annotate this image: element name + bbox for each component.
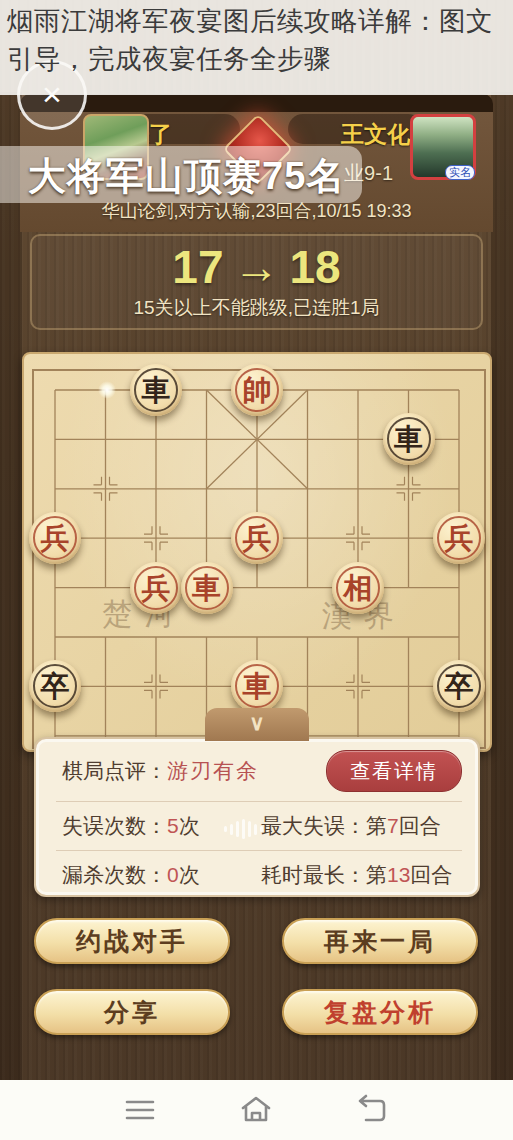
level-to: 18 <box>290 241 341 293</box>
piece-red-i7[interactable]: 兵 <box>433 512 485 564</box>
piece-black-h9[interactable]: 車 <box>383 413 435 465</box>
divider <box>56 801 462 802</box>
event-banner-text: 大将军山顶赛75名 <box>28 151 345 202</box>
share-button[interactable]: 分享 <box>34 989 230 1035</box>
stat-longest-think: 耗时最长：第13回合 <box>261 861 452 889</box>
piece-black-c10[interactable]: 車 <box>130 364 182 416</box>
home-icon[interactable] <box>238 1094 274 1126</box>
menu-icon[interactable] <box>122 1094 158 1126</box>
right-edge-shade <box>491 92 513 1080</box>
collapse-tab[interactable]: ∨ <box>205 708 309 741</box>
piece-red-c6[interactable]: 兵 <box>130 562 182 614</box>
back-icon[interactable] <box>354 1094 390 1126</box>
stat-mistakes: 失误次数：5次 <box>62 812 200 840</box>
piece-red-e4[interactable]: 車 <box>231 660 283 712</box>
xiangqi-board[interactable]: 楚河漢界 車帥車兵兵兵兵車相卒車卒 <box>22 352 492 752</box>
view-details-button[interactable]: 查看详情 <box>326 750 462 792</box>
piece-black-a4[interactable]: 卒 <box>29 660 81 712</box>
level-panel: 17→18 15关以上不能跳级,已连胜1局 <box>30 234 483 330</box>
piece-red-a7[interactable]: 兵 <box>29 512 81 564</box>
android-nav-bar <box>0 1080 513 1140</box>
left-edge-shade <box>0 92 22 1080</box>
stat-missed-wins: 漏杀次数：0次 <box>62 861 200 889</box>
challenge-opponent-button[interactable]: 约战对手 <box>34 918 230 964</box>
result-summary-panel: 棋局点评：游刃有余 查看详情 失误次数：5次 最大失误：第7回合 漏杀次数：0次… <box>34 737 480 897</box>
piece-red-g6[interactable]: 相 <box>332 562 384 614</box>
stat-biggest-mistake: 最大失误：第7回合 <box>261 812 441 840</box>
divider <box>56 850 462 851</box>
level-note: 15关以上不能跳级,已连胜1局 <box>32 295 481 321</box>
last-move-sparkle <box>98 381 116 399</box>
watermark-icon <box>224 819 263 839</box>
right-player-name: 王文化 <box>341 119 410 150</box>
piece-red-e7[interactable]: 兵 <box>231 512 283 564</box>
level-arrow-icon: → <box>224 241 290 293</box>
play-again-button[interactable]: 再来一局 <box>282 918 478 964</box>
piece-red-d6[interactable]: 車 <box>181 562 233 614</box>
right-player-avatar[interactable]: 实名 <box>410 114 476 180</box>
screenshot-root: × 烟雨江湖将军夜宴图后续攻略详解：图文引导，完成夜宴任务全步骤 我来了 王文化… <box>0 0 513 1140</box>
header-top-bar <box>20 94 493 112</box>
chevron-down-icon: ∨ <box>249 711 264 734</box>
level-from: 17 <box>172 241 223 293</box>
replay-analysis-button[interactable]: 复盘分析 <box>282 989 478 1035</box>
review-label: 棋局点评： <box>62 759 167 782</box>
level-change: 17→18 <box>32 240 481 294</box>
event-banner: 大将军山顶赛75名 <box>0 146 362 203</box>
piece-red-e10[interactable]: 帥 <box>231 364 283 416</box>
article-title: 烟雨江湖将军夜宴图后续攻略详解：图文引导，完成夜宴任务全步骤 <box>0 0 513 95</box>
piece-black-i4[interactable]: 卒 <box>433 660 485 712</box>
review-value: 游刃有余 <box>167 759 259 782</box>
realname-badge: 实名 <box>445 165 475 180</box>
